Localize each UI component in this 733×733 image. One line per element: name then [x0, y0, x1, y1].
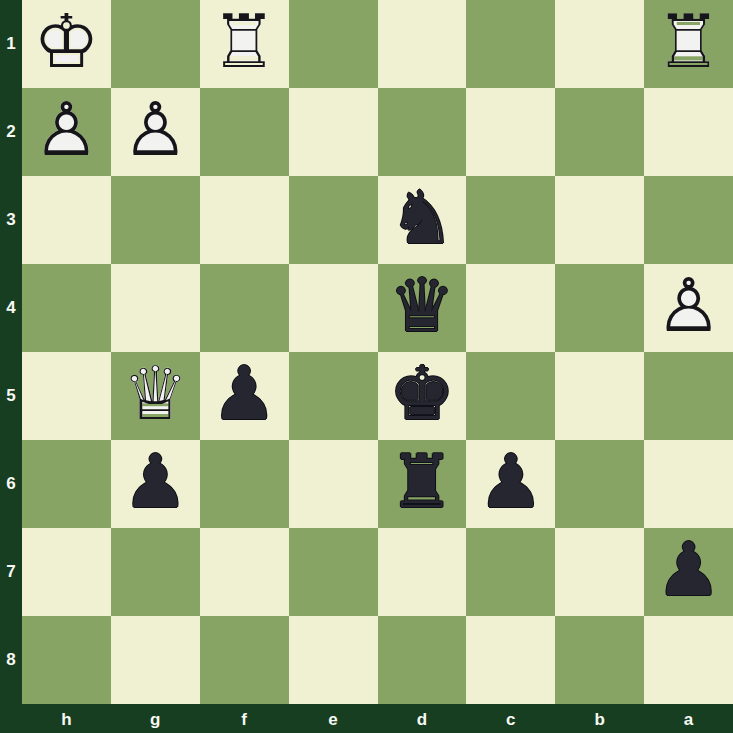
rank-label-7: 7 [0, 528, 22, 616]
white-pawn[interactable]: ♟♙ [649, 266, 729, 350]
square-e1[interactable] [289, 0, 378, 88]
black-pawn[interactable]: ♟ [471, 442, 551, 526]
rank-label-6: 6 [0, 440, 22, 528]
black-pawn[interactable]: ♟ [115, 442, 195, 526]
chess-board: ♚♔♜♖♜♖♟♙♟♙♞♛♟♙♛♕♟♚♟♜♟♟ [22, 0, 733, 704]
square-e3[interactable] [289, 176, 378, 264]
white-pawn[interactable]: ♟♙ [26, 90, 106, 174]
black-king[interactable]: ♚ [382, 354, 462, 438]
square-g5[interactable]: ♛♕ [111, 352, 200, 440]
square-e8[interactable] [289, 616, 378, 704]
white-pawn[interactable]: ♟♙ [115, 90, 195, 174]
square-d8[interactable] [378, 616, 467, 704]
square-c3[interactable] [466, 176, 555, 264]
square-e2[interactable] [289, 88, 378, 176]
square-h5[interactable] [22, 352, 111, 440]
square-h4[interactable] [22, 264, 111, 352]
file-label-h: h [22, 704, 111, 733]
square-a3[interactable] [644, 176, 733, 264]
black-pawn[interactable]: ♟ [204, 354, 284, 438]
square-c2[interactable] [466, 88, 555, 176]
square-e4[interactable] [289, 264, 378, 352]
square-g4[interactable] [111, 264, 200, 352]
rank-label-4: 4 [0, 264, 22, 352]
file-label-a: a [644, 704, 733, 733]
square-h3[interactable] [22, 176, 111, 264]
square-c5[interactable] [466, 352, 555, 440]
white-rook[interactable]: ♜♖ [649, 2, 729, 86]
square-b4[interactable] [555, 264, 644, 352]
square-b2[interactable] [555, 88, 644, 176]
file-label-f: f [200, 704, 289, 733]
square-g6[interactable]: ♟ [111, 440, 200, 528]
square-b3[interactable] [555, 176, 644, 264]
square-f2[interactable] [200, 88, 289, 176]
rank-label-8: 8 [0, 616, 22, 704]
square-b8[interactable] [555, 616, 644, 704]
square-a2[interactable] [644, 88, 733, 176]
square-h1[interactable]: ♚♔ [22, 0, 111, 88]
square-d7[interactable] [378, 528, 467, 616]
square-d6[interactable]: ♜ [378, 440, 467, 528]
square-f7[interactable] [200, 528, 289, 616]
white-queen[interactable]: ♛♕ [115, 354, 195, 438]
square-b5[interactable] [555, 352, 644, 440]
square-d2[interactable] [378, 88, 467, 176]
square-f6[interactable] [200, 440, 289, 528]
square-f5[interactable]: ♟ [200, 352, 289, 440]
square-g7[interactable] [111, 528, 200, 616]
square-g1[interactable] [111, 0, 200, 88]
square-a1[interactable]: ♜♖ [644, 0, 733, 88]
square-b6[interactable] [555, 440, 644, 528]
square-a5[interactable] [644, 352, 733, 440]
square-e7[interactable] [289, 528, 378, 616]
black-pawn[interactable]: ♟ [649, 530, 729, 614]
black-rook[interactable]: ♜ [382, 442, 462, 526]
file-label-e: e [289, 704, 378, 733]
square-h8[interactable] [22, 616, 111, 704]
square-c1[interactable] [466, 0, 555, 88]
square-g3[interactable] [111, 176, 200, 264]
square-e5[interactable] [289, 352, 378, 440]
square-b1[interactable] [555, 0, 644, 88]
square-f4[interactable] [200, 264, 289, 352]
file-label-c: c [466, 704, 555, 733]
square-g8[interactable] [111, 616, 200, 704]
square-d3[interactable]: ♞ [378, 176, 467, 264]
square-a7[interactable]: ♟ [644, 528, 733, 616]
square-h7[interactable] [22, 528, 111, 616]
square-c8[interactable] [466, 616, 555, 704]
square-d1[interactable] [378, 0, 467, 88]
file-label-g: g [111, 704, 200, 733]
square-e6[interactable] [289, 440, 378, 528]
square-f1[interactable]: ♜♖ [200, 0, 289, 88]
rank-label-1: 1 [0, 0, 22, 88]
square-c7[interactable] [466, 528, 555, 616]
square-f3[interactable] [200, 176, 289, 264]
file-labels: hgfedcba [22, 704, 733, 733]
black-knight[interactable]: ♞ [382, 178, 462, 262]
square-d5[interactable]: ♚ [378, 352, 467, 440]
square-a8[interactable] [644, 616, 733, 704]
rank-label-5: 5 [0, 352, 22, 440]
square-d4[interactable]: ♛ [378, 264, 467, 352]
white-rook[interactable]: ♜♖ [204, 2, 284, 86]
frame-corner [0, 704, 22, 733]
square-a4[interactable]: ♟♙ [644, 264, 733, 352]
file-label-d: d [378, 704, 467, 733]
rank-label-3: 3 [0, 176, 22, 264]
square-g2[interactable]: ♟♙ [111, 88, 200, 176]
black-queen[interactable]: ♛ [382, 266, 462, 350]
square-h6[interactable] [22, 440, 111, 528]
square-b7[interactable] [555, 528, 644, 616]
square-c6[interactable]: ♟ [466, 440, 555, 528]
square-h2[interactable]: ♟♙ [22, 88, 111, 176]
white-king[interactable]: ♚♔ [26, 2, 106, 86]
square-f8[interactable] [200, 616, 289, 704]
square-a6[interactable] [644, 440, 733, 528]
rank-labels: 12345678 [0, 0, 22, 704]
file-label-b: b [555, 704, 644, 733]
square-c4[interactable] [466, 264, 555, 352]
chess-board-frame: 12345678 ♚♔♜♖♜♖♟♙♟♙♞♛♟♙♛♕♟♚♟♜♟♟ hgfedcba [0, 0, 733, 733]
rank-label-2: 2 [0, 88, 22, 176]
